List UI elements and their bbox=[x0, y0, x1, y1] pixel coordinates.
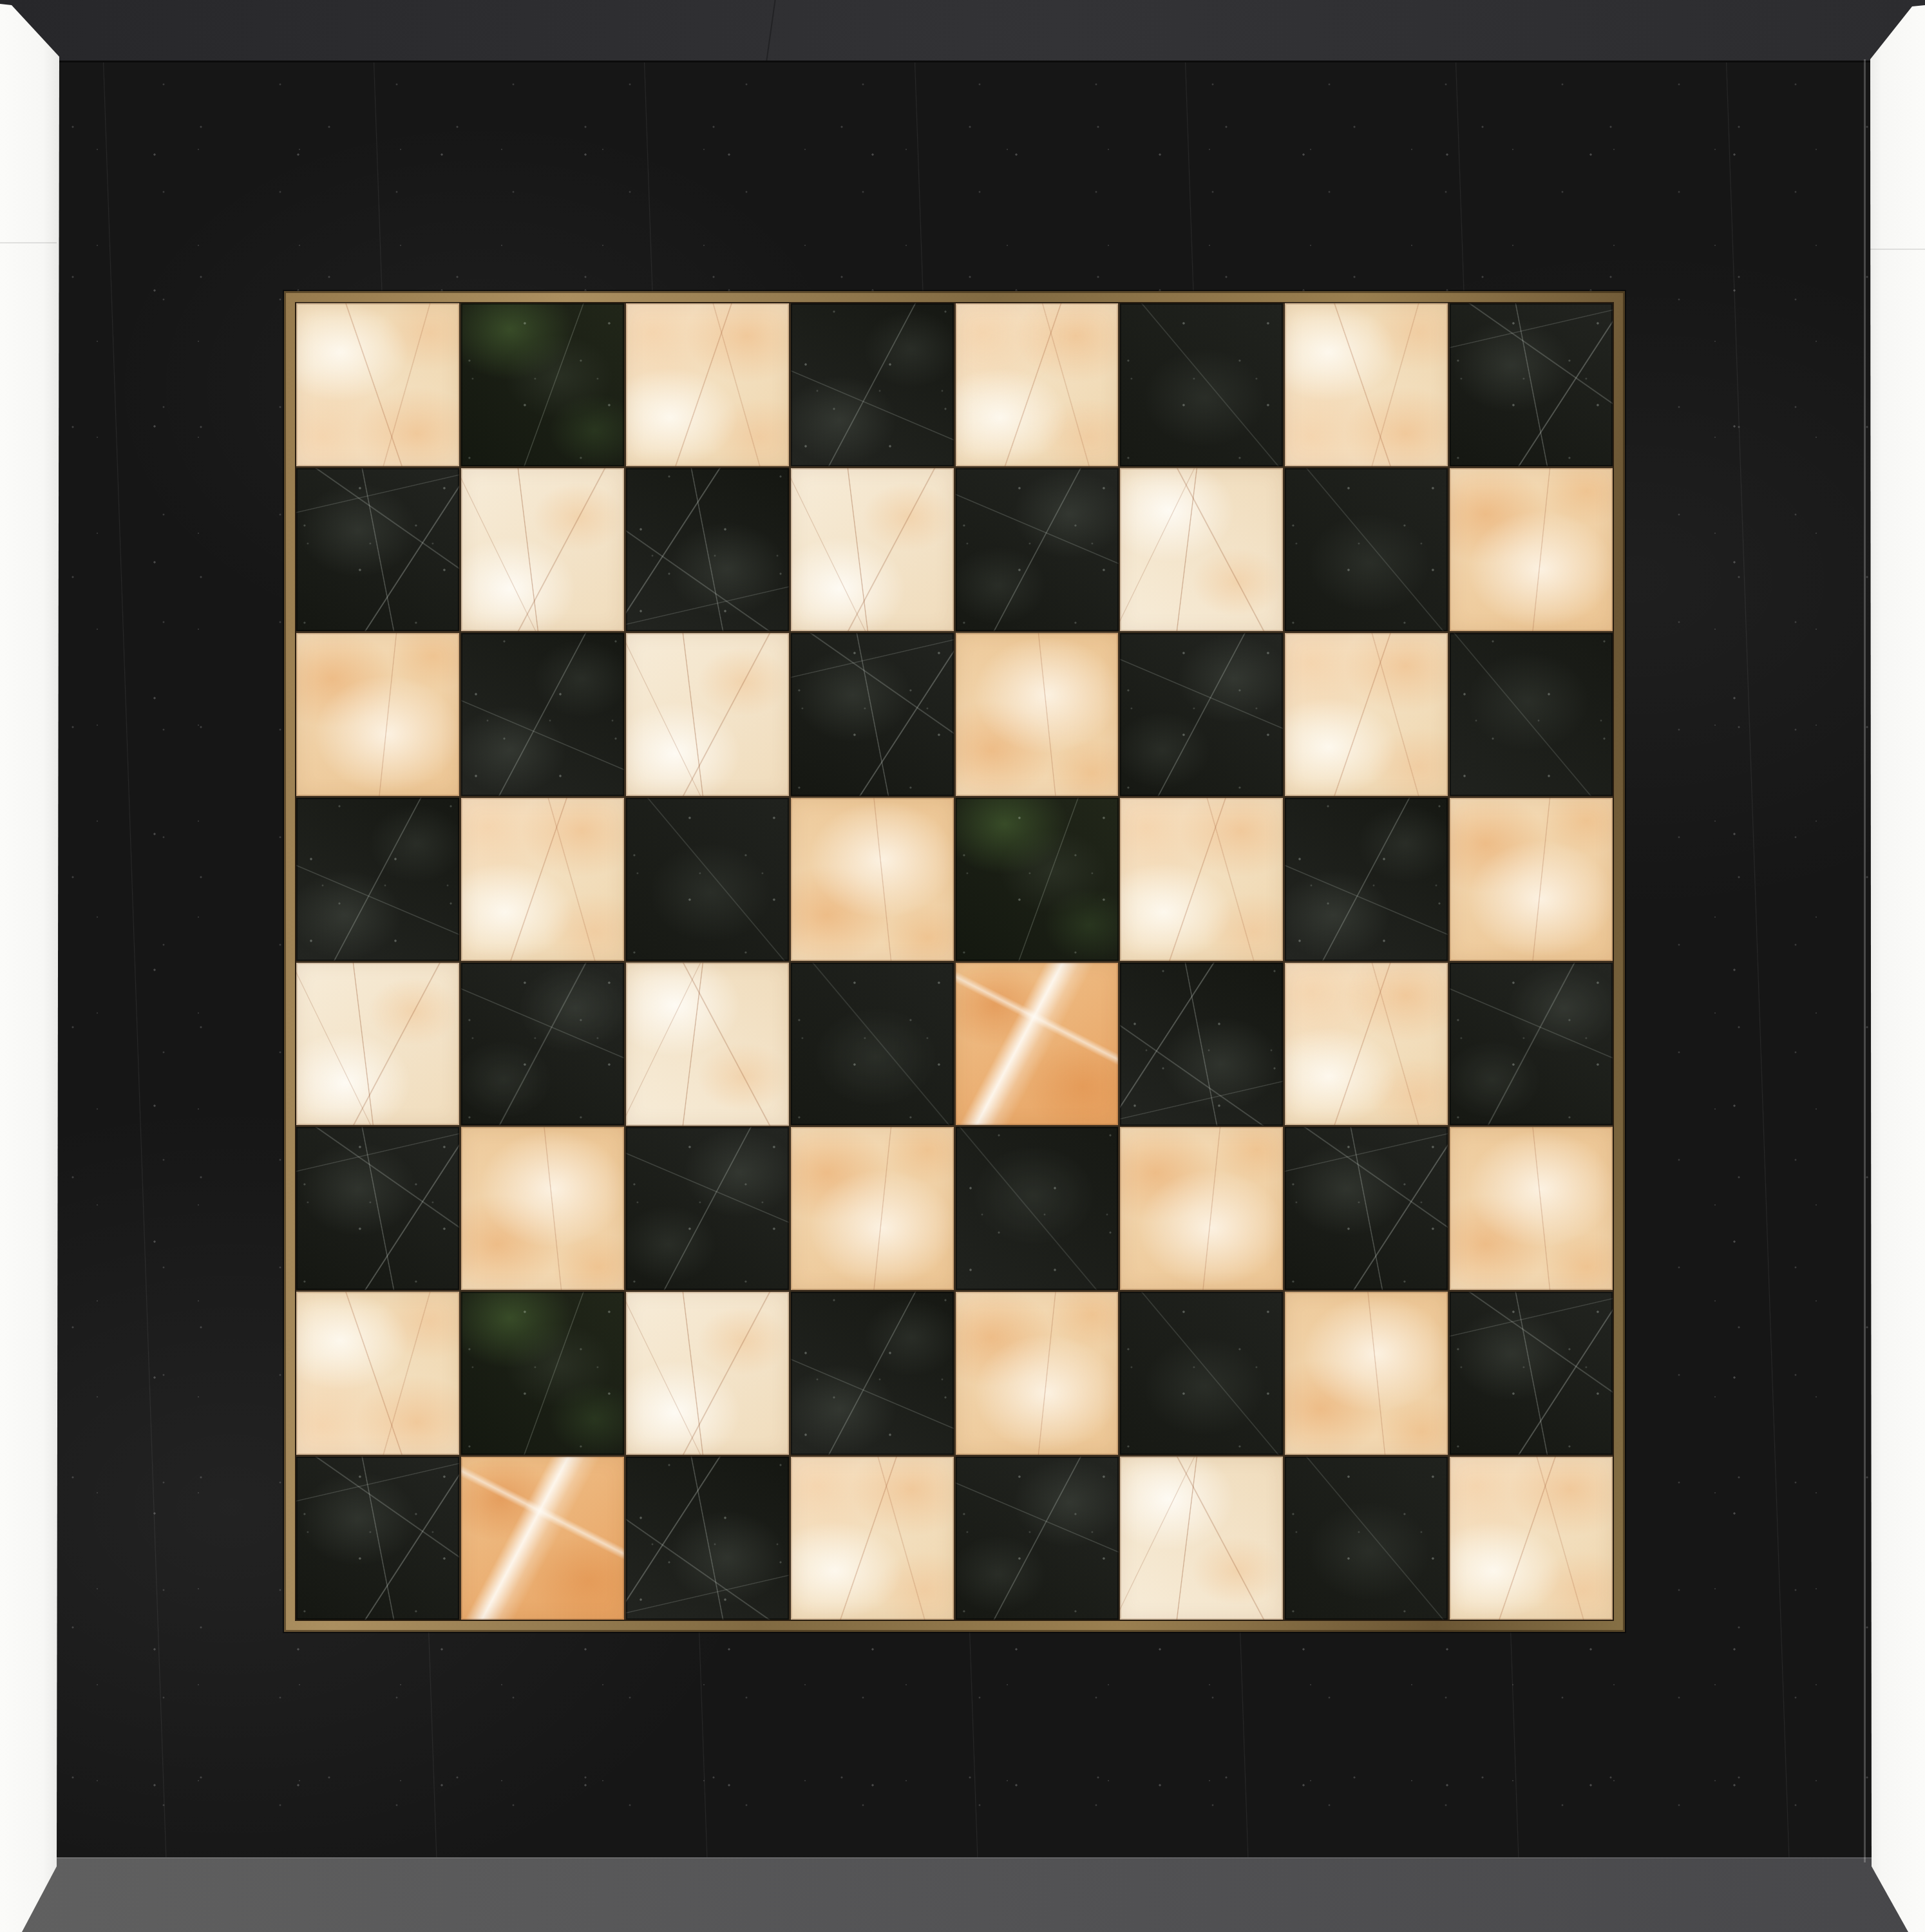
square-h8[interactable] bbox=[1450, 303, 1613, 466]
square-a6[interactable] bbox=[296, 633, 459, 796]
square-h6[interactable] bbox=[1450, 633, 1613, 796]
square-h3[interactable] bbox=[1450, 1127, 1613, 1290]
square-f3[interactable] bbox=[1120, 1127, 1283, 1290]
square-a4[interactable] bbox=[296, 963, 459, 1126]
board-photo bbox=[0, 0, 1925, 1932]
square-b5[interactable] bbox=[461, 798, 624, 961]
square-a1[interactable] bbox=[296, 1457, 459, 1620]
square-b1[interactable] bbox=[461, 1457, 624, 1620]
square-d2[interactable] bbox=[791, 1292, 954, 1455]
square-e1[interactable] bbox=[956, 1457, 1119, 1620]
square-g5[interactable] bbox=[1285, 798, 1448, 961]
square-f1[interactable] bbox=[1120, 1457, 1283, 1620]
board-bottom-edge bbox=[0, 1857, 1925, 1932]
square-e2[interactable] bbox=[956, 1292, 1119, 1455]
square-a5[interactable] bbox=[296, 798, 459, 961]
square-h5[interactable] bbox=[1450, 798, 1613, 961]
top-edge-seam bbox=[766, 0, 775, 61]
square-d4[interactable] bbox=[791, 963, 954, 1126]
square-d8[interactable] bbox=[791, 303, 954, 466]
square-e4[interactable] bbox=[956, 963, 1119, 1126]
square-a8[interactable] bbox=[296, 303, 459, 466]
square-f6[interactable] bbox=[1120, 633, 1283, 796]
square-c1[interactable] bbox=[626, 1457, 789, 1620]
square-a2[interactable] bbox=[296, 1292, 459, 1455]
square-c2[interactable] bbox=[626, 1292, 789, 1455]
square-c7[interactable] bbox=[626, 468, 789, 631]
square-b6[interactable] bbox=[461, 633, 624, 796]
square-e5[interactable] bbox=[956, 798, 1119, 961]
square-e7[interactable] bbox=[956, 468, 1119, 631]
square-g7[interactable] bbox=[1285, 468, 1448, 631]
square-c6[interactable] bbox=[626, 633, 789, 796]
square-c5[interactable] bbox=[626, 798, 789, 961]
backdrop-right-seam bbox=[1870, 249, 1925, 250]
backdrop-left-seam bbox=[0, 242, 57, 243]
square-b4[interactable] bbox=[461, 963, 624, 1126]
square-f8[interactable] bbox=[1120, 303, 1283, 466]
square-h1[interactable] bbox=[1450, 1457, 1613, 1620]
square-f4[interactable] bbox=[1120, 963, 1283, 1126]
square-d7[interactable] bbox=[791, 468, 954, 631]
square-c3[interactable] bbox=[626, 1127, 789, 1290]
square-g8[interactable] bbox=[1285, 303, 1448, 466]
square-d6[interactable] bbox=[791, 633, 954, 796]
square-g1[interactable] bbox=[1285, 1457, 1448, 1620]
square-h7[interactable] bbox=[1450, 468, 1613, 631]
square-e8[interactable] bbox=[956, 303, 1119, 466]
square-f2[interactable] bbox=[1120, 1292, 1283, 1455]
square-h2[interactable] bbox=[1450, 1292, 1613, 1455]
chessboard-grid bbox=[295, 302, 1614, 1621]
square-g6[interactable] bbox=[1285, 633, 1448, 796]
square-a3[interactable] bbox=[296, 1127, 459, 1290]
square-e3[interactable] bbox=[956, 1127, 1119, 1290]
square-g2[interactable] bbox=[1285, 1292, 1448, 1455]
square-d3[interactable] bbox=[791, 1127, 954, 1290]
square-c4[interactable] bbox=[626, 963, 789, 1126]
square-d1[interactable] bbox=[791, 1457, 954, 1620]
backdrop-left-strip bbox=[0, 0, 62, 1932]
square-a7[interactable] bbox=[296, 468, 459, 631]
square-f5[interactable] bbox=[1120, 798, 1283, 961]
backdrop-right-strip bbox=[1863, 0, 1925, 1932]
square-b7[interactable] bbox=[461, 468, 624, 631]
brass-border bbox=[284, 291, 1625, 1632]
slab-right-edge-highlight bbox=[1864, 59, 1866, 1862]
square-f7[interactable] bbox=[1120, 468, 1283, 631]
square-b3[interactable] bbox=[461, 1127, 624, 1290]
square-b8[interactable] bbox=[461, 303, 624, 466]
square-e6[interactable] bbox=[956, 633, 1119, 796]
square-g4[interactable] bbox=[1285, 963, 1448, 1126]
square-b2[interactable] bbox=[461, 1292, 624, 1455]
board-top-edge bbox=[0, 0, 1925, 62]
square-g3[interactable] bbox=[1285, 1127, 1448, 1290]
square-d5[interactable] bbox=[791, 798, 954, 961]
square-h4[interactable] bbox=[1450, 963, 1613, 1126]
square-c8[interactable] bbox=[626, 303, 789, 466]
